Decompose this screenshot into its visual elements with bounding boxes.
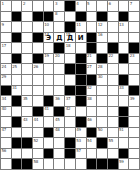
clue-number: 33	[119, 86, 124, 91]
cell-r3c8[interactable]: 11	[76, 22, 86, 32]
cell-r10c3[interactable]: 35	[22, 96, 32, 106]
cell-r6c9[interactable]: 21	[87, 54, 97, 64]
black-cell-r2c4	[33, 12, 43, 22]
cell-r4c8[interactable]: И	[76, 33, 86, 43]
clue-number: 46	[87, 117, 92, 122]
clue-number: 30	[98, 75, 103, 80]
cell-r14c5[interactable]	[44, 138, 54, 148]
cell-r12c4[interactable]: 44	[33, 117, 43, 127]
cell-r9c11[interactable]	[108, 86, 118, 96]
cell-r15c13[interactable]	[129, 149, 139, 159]
cell-r7c9[interactable]: 27	[87, 64, 97, 74]
cell-r16c1[interactable]	[1, 159, 11, 169]
cell-r3c11[interactable]	[108, 22, 118, 32]
black-cell-r3c7	[65, 22, 75, 32]
clue-number: 20	[55, 54, 60, 59]
cell-r11c9[interactable]	[87, 107, 97, 117]
clue-number: 22	[108, 54, 113, 59]
black-cell-r9c1	[1, 86, 11, 96]
black-cell-r6c4	[33, 54, 43, 64]
clue-number: 26	[34, 64, 39, 69]
cell-r10c1[interactable]: 34	[1, 96, 11, 106]
clue-number: 44	[34, 117, 39, 122]
cell-r11c3[interactable]	[22, 107, 32, 117]
cell-r1c10[interactable]	[97, 1, 107, 11]
black-cell-r5c13	[129, 43, 139, 53]
clue-number: 1	[2, 1, 4, 6]
cell-r5c1[interactable]: 17	[1, 43, 11, 53]
filled-letter: Д	[54, 33, 64, 43]
cell-r14c1[interactable]	[1, 138, 11, 148]
clue-number: 19	[44, 54, 49, 59]
clue-number: 11	[76, 22, 81, 27]
black-cell-r5c6	[54, 43, 64, 53]
cell-r13c3[interactable]	[22, 128, 32, 138]
clue-number: 53	[76, 138, 81, 143]
cell-r5c12[interactable]	[119, 43, 129, 53]
cell-r7c6[interactable]	[54, 64, 64, 74]
cell-r15c8[interactable]: 57	[76, 149, 86, 159]
cell-r16c5[interactable]	[44, 159, 54, 169]
black-cell-r7c7	[65, 64, 75, 74]
clue-number: 31	[12, 86, 17, 91]
cell-r8c3[interactable]	[22, 75, 32, 85]
cell-r14c12[interactable]	[119, 138, 129, 148]
clue-number: 9	[2, 22, 4, 27]
cell-r2c1[interactable]	[1, 12, 11, 22]
black-cell-r6c8	[76, 54, 86, 64]
clue-number: 34	[2, 96, 7, 101]
cell-r11c11[interactable]	[108, 107, 118, 117]
cell-r4c10[interactable]: 16	[97, 33, 107, 43]
cell-r15c10[interactable]	[97, 149, 107, 159]
cell-r3c10[interactable]: 12	[97, 22, 107, 32]
black-cell-r2c8	[76, 12, 86, 22]
cell-r12c6[interactable]: 45	[54, 117, 64, 127]
cell-r13c2[interactable]	[12, 128, 22, 138]
black-cell-r8c12	[119, 75, 129, 85]
cell-r2c7[interactable]	[65, 12, 75, 22]
cell-r4c3[interactable]	[22, 33, 32, 43]
cell-r13c4[interactable]	[33, 128, 43, 138]
black-cell-r9c13	[129, 86, 139, 96]
black-cell-r10c8	[76, 96, 86, 106]
cell-r12c1[interactable]	[1, 117, 11, 127]
cell-r6c5[interactable]: 19	[44, 54, 54, 64]
cell-r11c10[interactable]	[97, 107, 107, 117]
cell-r13c6[interactable]: 48	[54, 128, 64, 138]
cell-r12c10[interactable]	[97, 117, 107, 127]
cell-r16c8[interactable]	[76, 159, 86, 169]
cell-r5c7[interactable]: 18	[65, 43, 75, 53]
cell-r5c4[interactable]	[33, 43, 43, 53]
clue-number: 52	[34, 138, 39, 143]
filled-letter: Д	[65, 33, 75, 43]
clue-number: 3	[55, 1, 57, 6]
cell-r9c6[interactable]	[54, 86, 64, 96]
cell-r9c5[interactable]	[44, 86, 54, 96]
black-cell-r6c10	[97, 54, 107, 64]
cell-r15c6[interactable]	[54, 149, 64, 159]
black-cell-r12c2	[12, 117, 22, 127]
cell-r6c1[interactable]	[1, 54, 11, 64]
clue-number: 42	[66, 107, 71, 112]
cell-r12c13[interactable]	[129, 117, 139, 127]
cell-r13c7[interactable]	[65, 128, 75, 138]
cell-r1c11[interactable]: 6	[108, 1, 118, 11]
cell-r8c10[interactable]: 30	[97, 75, 107, 85]
cell-r1c5[interactable]	[44, 1, 54, 11]
black-cell-r11c6	[54, 107, 64, 117]
cell-r11c8[interactable]	[76, 107, 86, 117]
cell-r3c2[interactable]	[12, 22, 22, 32]
cell-r3c1[interactable]: 9	[1, 22, 11, 32]
cell-r14c8[interactable]: 53	[76, 138, 86, 148]
cell-r15c1[interactable]: 56	[1, 149, 11, 159]
cell-r7c1[interactable]: 24	[1, 64, 11, 74]
black-cell-r2c2	[12, 12, 22, 22]
cell-r8c13[interactable]	[129, 75, 139, 85]
cell-r3c4[interactable]	[33, 22, 43, 32]
clue-number: 21	[87, 54, 92, 59]
clue-number: 43	[23, 117, 28, 122]
clue-number: 16	[98, 33, 103, 38]
black-cell-r12c12	[119, 117, 129, 127]
clue-number: 5	[87, 1, 89, 6]
clue-number: 50	[98, 128, 103, 133]
cell-r8c7[interactable]	[65, 75, 75, 85]
cell-r16c12[interactable]: 59	[119, 159, 129, 169]
filled-letter: И	[76, 33, 86, 43]
black-cell-r14c3	[22, 138, 32, 148]
cell-r7c12[interactable]	[119, 64, 129, 74]
clue-number: 7	[130, 1, 132, 6]
black-cell-r11c4	[33, 107, 43, 117]
cell-r16c6[interactable]	[54, 159, 64, 169]
clue-number: 8	[55, 12, 57, 17]
clue-number: 28	[98, 64, 103, 69]
clue-number: 49	[76, 128, 81, 133]
cell-r8c5[interactable]	[44, 75, 54, 85]
black-cell-r10c5	[44, 96, 54, 106]
cell-r15c9[interactable]	[87, 149, 97, 159]
cell-r14c11[interactable]: 55	[108, 138, 118, 148]
cell-r12c5[interactable]	[44, 117, 54, 127]
clue-number: 10	[44, 22, 49, 27]
black-cell-r15c5	[44, 149, 54, 159]
clue-number: 56	[2, 149, 7, 154]
cell-r8c1[interactable]: 29	[1, 75, 11, 85]
black-cell-r16c3	[22, 159, 32, 169]
cell-r2c9[interactable]	[87, 12, 97, 22]
cell-r5c2[interactable]	[12, 43, 22, 53]
black-cell-r2c5	[44, 12, 54, 22]
clue-number: 48	[55, 128, 60, 133]
cell-r14c9[interactable]: 54	[87, 138, 97, 148]
clue-number: 24	[2, 64, 7, 69]
cell-r7c4[interactable]: 26	[33, 64, 43, 74]
cell-r8c2[interactable]	[12, 75, 22, 85]
cell-r16c4[interactable]: 58	[33, 159, 43, 169]
cell-r9c3[interactable]	[22, 86, 32, 96]
black-cell-r10c2	[12, 96, 22, 106]
black-cell-r16c2	[12, 159, 22, 169]
black-cell-r16c9	[87, 159, 97, 169]
black-cell-r13c9	[87, 128, 97, 138]
cell-r8c6[interactable]	[54, 75, 64, 85]
black-cell-r5c11	[108, 43, 118, 53]
cell-r1c12[interactable]	[119, 1, 129, 11]
cell-r2c3[interactable]	[22, 12, 32, 22]
clue-number: 51	[119, 128, 124, 133]
cell-r2c6[interactable]: 8	[54, 12, 64, 22]
black-cell-r15c7	[65, 149, 75, 159]
cell-r1c3[interactable]: 2	[22, 1, 32, 11]
cell-r4c13[interactable]	[129, 33, 139, 43]
cell-r10c13[interactable]: 39	[129, 96, 139, 106]
clue-number: 37	[66, 96, 71, 101]
cell-r9c10[interactable]	[97, 86, 107, 96]
black-cell-r5c9	[87, 43, 97, 53]
cell-r14c4[interactable]: 52	[33, 138, 43, 148]
clue-number: 41	[44, 107, 49, 112]
cell-r7c13[interactable]	[129, 64, 139, 74]
clue-number: 59	[119, 159, 124, 164]
cell-r1c13[interactable]: 7	[129, 1, 139, 11]
black-cell-r4c4	[33, 33, 43, 43]
cell-r10c6[interactable]: 36	[54, 96, 64, 106]
cell-r15c11[interactable]	[108, 149, 118, 159]
black-cell-r14c2	[12, 138, 22, 148]
cell-r10c7[interactable]: 37	[65, 96, 75, 106]
cell-r8c11[interactable]	[108, 75, 118, 85]
clue-number: 17	[2, 43, 7, 48]
cell-r12c9[interactable]: 46	[87, 117, 97, 127]
cell-r11c2[interactable]	[12, 107, 22, 117]
black-cell-r13c5	[44, 128, 54, 138]
black-cell-r9c8	[76, 86, 86, 96]
cell-r11c1[interactable]: 40	[1, 107, 11, 117]
crossword-board: 1234567891011121314ЭД15ДИ161718192021222…	[0, 0, 140, 170]
cell-r13c13[interactable]	[129, 128, 139, 138]
cell-r6c11[interactable]: 22	[108, 54, 118, 64]
cell-r10c9[interactable]: 38	[87, 96, 97, 106]
cell-r1c9[interactable]: 5	[87, 1, 97, 11]
cell-r11c5[interactable]: 41	[44, 107, 54, 117]
cell-r14c6[interactable]	[54, 138, 64, 148]
cell-r5c3[interactable]	[22, 43, 32, 53]
cell-r13c11[interactable]	[108, 128, 118, 138]
cell-r3c9[interactable]	[87, 22, 97, 32]
cell-r9c12[interactable]: 33	[119, 86, 129, 96]
black-cell-r2c10	[97, 12, 107, 22]
cell-r11c13[interactable]	[129, 107, 139, 117]
black-cell-r6c2	[12, 54, 22, 64]
black-cell-r8c8	[76, 75, 86, 85]
cell-r13c10[interactable]: 50	[97, 128, 107, 138]
clue-number: 6	[108, 1, 110, 6]
black-cell-r16c10	[97, 159, 107, 169]
cell-r16c13[interactable]	[129, 159, 139, 169]
cell-r10c11[interactable]	[108, 96, 118, 106]
clue-number: 45	[55, 117, 60, 122]
clue-number: 2	[23, 1, 25, 6]
cell-r13c1[interactable]: 47	[1, 128, 11, 138]
clue-number: 29	[2, 75, 7, 80]
black-cell-r4c9	[87, 33, 97, 43]
clue-number: 36	[55, 96, 60, 101]
cell-r14c13[interactable]	[129, 138, 139, 148]
clue-number: 47	[2, 128, 7, 133]
cell-r6c6[interactable]: 20	[54, 54, 64, 64]
cell-r15c3[interactable]	[22, 149, 32, 159]
cell-r13c12[interactable]: 51	[119, 128, 129, 138]
clue-number: 39	[130, 96, 135, 101]
black-cell-r14c10	[97, 138, 107, 148]
cell-r9c2[interactable]: 31	[12, 86, 22, 96]
cell-r1c2[interactable]	[12, 1, 22, 11]
cell-r5c5[interactable]	[44, 43, 54, 53]
black-cell-r7c8	[76, 64, 86, 74]
clue-number: 23	[130, 54, 135, 59]
cell-r3c5[interactable]: 10	[44, 22, 54, 32]
clue-number: 55	[108, 138, 113, 143]
cell-r4c5[interactable]: 14Э	[44, 33, 54, 43]
black-cell-r4c2	[12, 33, 22, 43]
cell-r13c8[interactable]: 49	[76, 128, 86, 138]
cell-r2c13[interactable]	[129, 12, 139, 22]
cell-r1c1[interactable]: 1	[1, 1, 11, 11]
black-cell-r15c12	[119, 149, 129, 159]
clue-number: 18	[66, 43, 71, 48]
cell-r6c3[interactable]	[22, 54, 32, 64]
cell-r7c5[interactable]	[44, 64, 54, 74]
clue-number: 32	[87, 86, 92, 91]
cell-r10c4[interactable]	[33, 96, 43, 106]
clue-number: 35	[23, 96, 28, 101]
cell-r7c2[interactable]: 25	[12, 64, 22, 74]
clue-number: 4	[76, 1, 78, 6]
cell-r2c11[interactable]	[108, 12, 118, 22]
clue-number: 27	[87, 64, 92, 69]
cell-r11c7[interactable]: 42	[65, 107, 75, 117]
cell-r12c7[interactable]	[65, 117, 75, 127]
filled-letter: Э	[44, 33, 54, 43]
cell-r4c1[interactable]	[1, 33, 11, 43]
black-cell-r6c12	[119, 54, 129, 64]
cell-r6c13[interactable]: 23	[129, 54, 139, 64]
clue-number: 12	[98, 22, 103, 27]
clue-number: 40	[2, 107, 7, 112]
cell-r3c12[interactable]: 13	[119, 22, 129, 32]
cell-r3c3[interactable]	[22, 22, 32, 32]
cell-r4c7[interactable]: 15Д	[65, 33, 75, 43]
cell-r15c2[interactable]	[12, 149, 22, 159]
black-cell-r16c11	[108, 159, 118, 169]
cell-r6c7[interactable]	[65, 54, 75, 64]
clue-number: 13	[119, 22, 124, 27]
cell-r3c6[interactable]	[54, 22, 64, 32]
cell-r7c3[interactable]	[22, 64, 32, 74]
cell-r7c10[interactable]: 28	[97, 64, 107, 74]
cell-r12c3[interactable]: 43	[22, 117, 32, 127]
cell-r9c4[interactable]	[33, 86, 43, 96]
cell-r5c10[interactable]	[97, 43, 107, 53]
cell-r4c6[interactable]: Д	[54, 33, 64, 43]
cell-r3c13[interactable]	[129, 22, 139, 32]
cell-r5c8[interactable]	[76, 43, 86, 53]
clue-number: 38	[87, 96, 92, 101]
cell-r9c9[interactable]: 32	[87, 86, 97, 96]
black-cell-r11c12	[119, 107, 129, 117]
cell-r7c11[interactable]	[108, 64, 118, 74]
cell-r1c6[interactable]: 3	[54, 1, 64, 11]
cell-r16c7[interactable]	[65, 159, 75, 169]
cell-r12c11[interactable]	[108, 117, 118, 127]
cell-r8c4[interactable]	[33, 75, 43, 85]
cell-r1c8[interactable]: 4	[76, 1, 86, 11]
black-cell-r2c12	[119, 12, 129, 22]
cell-r1c4[interactable]	[33, 1, 43, 11]
cell-r10c12[interactable]	[119, 96, 129, 106]
black-cell-r14c7	[65, 138, 75, 148]
cell-r10c10[interactable]	[97, 96, 107, 106]
clue-number: 54	[87, 138, 92, 143]
cell-r15c4[interactable]	[33, 149, 43, 159]
black-cell-r1c7	[65, 1, 75, 11]
black-cell-r8c9	[87, 75, 97, 85]
clue-number: 57	[76, 149, 81, 154]
clue-number: 58	[34, 159, 39, 164]
black-cell-r9c7	[65, 86, 75, 96]
clue-number: 25	[12, 64, 17, 69]
cell-r4c11[interactable]	[108, 33, 118, 43]
cell-r4c12[interactable]	[119, 33, 129, 43]
black-cell-r12c8	[76, 117, 86, 127]
